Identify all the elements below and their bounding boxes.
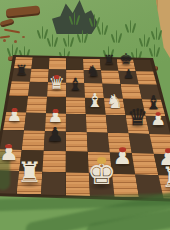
piece-black-knight-e7[interactable]: ♞	[86, 64, 100, 79]
piece-glyph: ♞	[106, 89, 123, 111]
chess-scene: ♜♚♜♞♟♛♝♝♞♝♟♟♛♟♟♟♟♟♜♚♜	[0, 0, 170, 230]
piece-white-king-e1[interactable]: ♚	[87, 157, 116, 190]
piece-glyph: ♝	[87, 89, 104, 111]
piece-white-pawn-a4[interactable]: ♟	[7, 107, 23, 124]
red-cap-icon	[53, 109, 58, 113]
piece-white-knight-f5[interactable]: ♞	[106, 91, 123, 110]
piece-black-bishop-d6[interactable]: ♝	[68, 76, 83, 93]
piece-black-pawn-c3[interactable]: ♟	[46, 125, 63, 144]
piece-glyph: ♜	[103, 52, 115, 67]
piece-black-queen-g4[interactable]: ♛	[127, 105, 148, 128]
piece-glyph: ♟	[46, 123, 63, 146]
red-cap-icon	[165, 148, 170, 153]
piece-black-pawn-g7[interactable]: ♟	[123, 68, 134, 80]
piece-glyph: ♛	[127, 103, 148, 129]
red-cap-icon	[156, 112, 161, 116]
piece-black-rook-f8[interactable]: ♜	[103, 54, 115, 67]
piece-glyph: ♝	[68, 74, 83, 94]
piece-black-rook-a7[interactable]: ♜	[15, 63, 28, 77]
piece-glyph: ♜	[161, 161, 170, 194]
piece-white-rook-b1[interactable]: ♜	[17, 159, 42, 187]
piece-white-queen-c6[interactable]: ♛	[49, 74, 65, 92]
red-cap-icon	[12, 108, 17, 112]
piece-glyph: ♜	[15, 62, 28, 78]
piece-white-rook-h1[interactable]: ♜	[161, 164, 170, 192]
piece-white-bishop-e5[interactable]: ♝	[87, 91, 104, 110]
piece-glyph: ♟	[123, 67, 134, 81]
piece-glyph: ♜	[17, 156, 42, 189]
piece-white-pawn-h4[interactable]: ♟	[150, 111, 166, 128]
red-cap-icon	[6, 144, 12, 149]
piece-black-king-g8[interactable]: ♚	[120, 53, 133, 68]
red-cap-icon	[119, 147, 125, 152]
piece-glyph: ♚	[120, 51, 133, 68]
piece-white-pawn-a2[interactable]: ♟	[0, 143, 18, 165]
piece-glyph: ♞	[86, 62, 100, 80]
